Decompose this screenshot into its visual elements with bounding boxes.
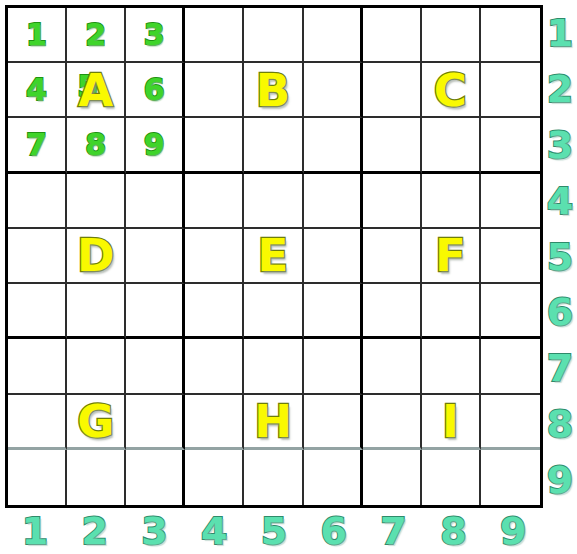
box-label-E: E [258,233,289,278]
cell-r6c2[interactable] [67,284,126,339]
given-digit: 4 [26,75,47,105]
cell-r6c5[interactable] [244,284,303,339]
row-label-text: 6 [547,293,573,331]
box-label-F: F [435,233,466,278]
cell-r6c7[interactable] [363,284,422,339]
col-label-3: 3 [125,508,185,554]
box-label-D: D [77,233,114,278]
cell-r3c1[interactable]: 7 [8,118,67,173]
col-label-text: 3 [141,512,167,550]
cell-r2c4[interactable] [185,63,244,118]
cell-r1c1[interactable]: 1 [8,8,67,63]
cell-r7c3[interactable] [126,339,185,394]
cell-r5c7[interactable] [363,229,422,284]
cell-r3c4[interactable] [185,118,244,173]
cell-r6c4[interactable] [185,284,244,339]
box-label-B: B [256,67,290,112]
row-label-text: 9 [547,461,573,499]
cell-r6c8[interactable] [422,284,481,339]
row-label-text: 2 [547,70,573,108]
cell-r8c9[interactable] [481,395,540,450]
row-label-9: 9 [543,452,577,508]
cell-r9c3[interactable] [126,450,185,505]
col-label-text: 8 [440,512,466,550]
cell-r6c6[interactable] [304,284,363,339]
cell-r4c1[interactable] [8,174,67,229]
cell-r4c8[interactable] [422,174,481,229]
cell-r9c8[interactable] [422,450,481,505]
box-label-H: H [254,398,292,443]
given-digit: 1 [26,20,47,50]
col-label-text: 2 [81,512,107,550]
cell-r9c6[interactable] [304,450,363,505]
cell-r9c9[interactable] [481,450,540,505]
col-label-1: 1 [5,508,65,554]
cell-r2c3[interactable]: 6 [126,63,185,118]
cell-r2c1[interactable]: 4 [8,63,67,118]
row-label-text: 7 [547,349,573,387]
cell-r8c3[interactable] [126,395,185,450]
cell-r5c1[interactable] [8,229,67,284]
cell-r2c2[interactable]: 5A [67,63,126,118]
cell-r4c3[interactable] [126,174,185,229]
cell-r7c7[interactable] [363,339,422,394]
cell-r9c4[interactable] [185,450,244,505]
cell-r7c1[interactable] [8,339,67,394]
cell-r8c6[interactable] [304,395,363,450]
given-digit: 9 [144,130,165,160]
cell-r6c1[interactable] [8,284,67,339]
cell-r2c7[interactable] [363,63,422,118]
row-label-text: 3 [547,126,573,164]
cell-r3c6[interactable] [304,118,363,173]
cell-r3c5[interactable] [244,118,303,173]
cell-r4c7[interactable] [363,174,422,229]
col-label-text: 5 [261,512,287,550]
cell-r7c2[interactable] [67,339,126,394]
cell-r5c9[interactable] [481,229,540,284]
box-label-C: C [434,67,467,112]
cell-r2c6[interactable] [304,63,363,118]
cell-r3c3[interactable]: 9 [126,118,185,173]
cell-r8c2[interactable]: G [67,395,126,450]
col-label-9: 9 [483,508,543,554]
cell-r7c8[interactable] [422,339,481,394]
cell-r2c5[interactable]: B [244,63,303,118]
cell-r4c2[interactable] [67,174,126,229]
row-label-2: 2 [543,61,577,117]
col-label-6: 6 [304,508,364,554]
col-label-text: 6 [321,512,347,550]
row-label-text: 8 [547,405,573,443]
cell-r8c5[interactable]: H [244,395,303,450]
cell-r6c3[interactable] [126,284,185,339]
col-label-7: 7 [364,508,424,554]
given-digit: 6 [144,75,165,105]
cell-r8c1[interactable] [8,395,67,450]
col-label-text: 9 [500,512,526,550]
row-label-7: 7 [543,340,577,396]
cell-r3c8[interactable] [422,118,481,173]
cell-r3c9[interactable] [481,118,540,173]
box-label-I: I [442,398,459,443]
cell-r1c4[interactable] [185,8,244,63]
box-label-G: G [77,398,114,443]
row-coordinate-labels: 123456789 [543,5,577,508]
row-label-text: 5 [547,238,573,276]
cell-r5c4[interactable] [185,229,244,284]
col-label-text: 7 [380,512,406,550]
cell-r7c9[interactable] [481,339,540,394]
cell-r7c6[interactable] [304,339,363,394]
box-label-A: A [78,67,113,112]
cell-r2c8[interactable]: C [422,63,481,118]
cell-r5c5[interactable]: E [244,229,303,284]
cell-r4c9[interactable] [481,174,540,229]
row-label-3: 3 [543,117,577,173]
cell-r1c6[interactable] [304,8,363,63]
cell-r4c5[interactable] [244,174,303,229]
col-label-8: 8 [423,508,483,554]
row-label-6: 6 [543,284,577,340]
row-label-4: 4 [543,173,577,229]
row-label-1: 1 [543,5,577,61]
cell-r6c9[interactable] [481,284,540,339]
column-coordinate-labels: 123456789 [5,508,543,554]
cell-r5c2[interactable]: D [67,229,126,284]
col-label-5: 5 [244,508,304,554]
cell-r5c3[interactable] [126,229,185,284]
cell-r1c8[interactable] [422,8,481,63]
cell-r1c3[interactable]: 3 [126,8,185,63]
col-label-4: 4 [184,508,244,554]
given-digit: 2 [85,20,106,50]
row-label-5: 5 [543,229,577,285]
cell-r5c6[interactable] [304,229,363,284]
given-digit: 7 [26,130,47,160]
given-digit: 8 [85,130,106,160]
cell-r1c5[interactable] [244,8,303,63]
cell-r1c7[interactable] [363,8,422,63]
col-label-2: 2 [65,508,125,554]
cell-r4c4[interactable] [185,174,244,229]
given-digit: 3 [144,20,165,50]
sudoku-board: 12345A6BC789DEFGHI [5,5,543,508]
col-label-text: 4 [201,512,227,550]
cell-r8c4[interactable] [185,395,244,450]
cell-r8c7[interactable] [363,395,422,450]
cell-r9c5[interactable] [244,450,303,505]
cell-r2c9[interactable] [481,63,540,118]
cell-r3c2[interactable]: 8 [67,118,126,173]
cell-r1c9[interactable] [481,8,540,63]
cell-r1c2[interactable]: 2 [67,8,126,63]
cell-r7c5[interactable] [244,339,303,394]
row-label-text: 1 [547,14,573,52]
cell-r4c6[interactable] [304,174,363,229]
cell-r9c7[interactable] [363,450,422,505]
cell-r5c8[interactable]: F [422,229,481,284]
col-label-text: 1 [22,512,48,550]
row-label-8: 8 [543,396,577,452]
cell-r9c2[interactable] [67,450,126,505]
row-label-text: 4 [547,182,573,220]
cell-r9c1[interactable] [8,450,67,505]
cell-r7c4[interactable] [185,339,244,394]
cell-r3c7[interactable] [363,118,422,173]
cell-r8c8[interactable]: I [422,395,481,450]
